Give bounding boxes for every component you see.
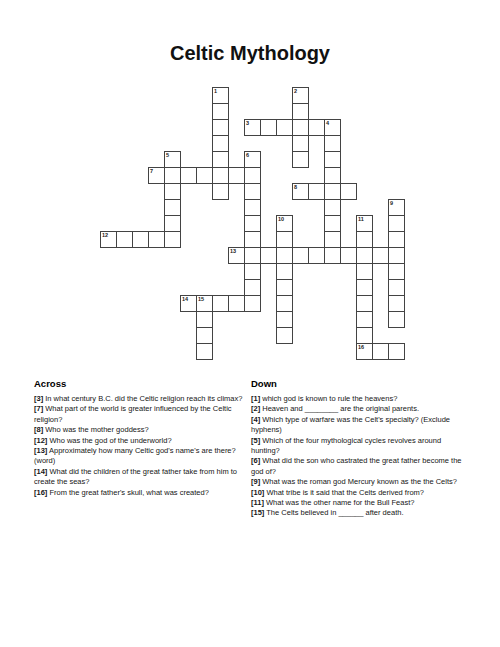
grid-cell[interactable] — [324, 151, 341, 168]
crossword-grid: 12345678910111213141516 — [100, 87, 406, 361]
grid-cell[interactable] — [388, 263, 405, 280]
grid-cell[interactable] — [164, 231, 181, 248]
clue-item-across-3: [3] In what century B.C. did the Celtic … — [34, 394, 243, 404]
clue-text: From the great father's skull, what was … — [47, 488, 209, 497]
clue-text: What tribe is it said that the Celts der… — [264, 488, 424, 497]
cell-number: 2 — [294, 89, 297, 95]
grid-cell[interactable] — [164, 215, 181, 232]
grid-cell[interactable] — [244, 167, 261, 184]
clue-number: [8] — [34, 425, 43, 434]
grid-cell[interactable] — [308, 183, 325, 200]
clue-item-down-2: [2] Heaven and ________ are the original… — [251, 404, 465, 414]
clue-item-across-12: [12] Who was the god of the underworld? — [34, 436, 243, 446]
cell-number: 6 — [246, 153, 249, 159]
grid-cell[interactable] — [292, 103, 309, 120]
cell-number: 12 — [102, 233, 108, 239]
grid-cell[interactable] — [292, 151, 309, 168]
grid-cell[interactable] — [292, 247, 309, 264]
clue-number: [6] — [251, 456, 260, 465]
clue-item-across-14: [14] What did the children of the great … — [34, 467, 243, 488]
clue-text: The Celts believed in ______ after death… — [264, 508, 403, 517]
clue-text: What was the roman god Mercury known as … — [260, 477, 457, 486]
grid-cell[interactable] — [324, 215, 341, 232]
grid-cell[interactable] — [388, 343, 405, 360]
across-clue-list: [3] In what century B.C. did the Celtic … — [34, 394, 243, 498]
grid-cell[interactable] — [388, 295, 405, 312]
cell-number: 13 — [230, 249, 236, 255]
grid-cell[interactable] — [356, 327, 373, 344]
clue-text: What part of the world is greater influe… — [34, 404, 232, 423]
clue-number: [15] — [251, 508, 264, 517]
grid-cell[interactable] — [308, 247, 325, 264]
grid-cell[interactable] — [356, 295, 373, 312]
grid-cell[interactable] — [356, 263, 373, 280]
grid-cell[interactable] — [212, 103, 229, 120]
cell-number: 16 — [358, 345, 364, 351]
clue-text: What was the other name for the Bull Fea… — [264, 498, 415, 507]
clue-item-across-16: [16] From the great father's skull, what… — [34, 488, 243, 498]
clue-item-down-11: [11] What was the other name for the Bul… — [251, 498, 465, 508]
cell-number: 5 — [166, 153, 169, 159]
grid-cell[interactable] — [372, 247, 389, 264]
grid-cell[interactable] — [388, 311, 405, 328]
grid-cell[interactable] — [292, 119, 309, 136]
clue-item-across-13: [13] Approximately how many Celtic god's… — [34, 446, 243, 467]
grid-cell[interactable] — [212, 167, 229, 184]
grid-cell[interactable] — [244, 183, 261, 200]
clue-number: [1] — [251, 394, 260, 403]
clue-item-down-4: [4] Which type of warfare was the Celt's… — [251, 415, 465, 436]
grid-cell[interactable] — [356, 279, 373, 296]
grid-cell[interactable] — [148, 231, 165, 248]
grid-cell[interactable] — [276, 263, 293, 280]
down-clue-list: [1] which god is known to rule the heave… — [251, 394, 465, 519]
clue-number: [10] — [251, 488, 264, 497]
clue-number: [4] — [251, 415, 260, 424]
cell-number: 7 — [150, 169, 153, 175]
clue-text: which god is known to rule the heavens? — [260, 394, 397, 403]
grid-cell[interactable] — [308, 119, 325, 136]
grid-cell[interactable] — [356, 311, 373, 328]
cell-number: 4 — [326, 121, 329, 127]
grid-cell[interactable] — [244, 263, 261, 280]
grid-cell[interactable] — [244, 215, 261, 232]
clue-number: [9] — [251, 477, 260, 486]
grid-cell[interactable] — [356, 231, 373, 248]
clue-number: [5] — [251, 436, 260, 445]
clue-number: [2] — [251, 404, 260, 413]
grid-cell[interactable] — [324, 231, 341, 248]
grid-cell[interactable] — [388, 247, 405, 264]
across-header: Across — [34, 378, 243, 390]
grid-cell[interactable] — [260, 119, 277, 136]
grid-cell[interactable] — [324, 167, 341, 184]
grid-cell[interactable] — [276, 279, 293, 296]
down-header: Down — [251, 378, 465, 390]
clue-number: [13] — [34, 446, 47, 455]
grid-cell[interactable] — [388, 231, 405, 248]
cell-number: 1 — [214, 89, 217, 95]
grid-cell[interactable] — [212, 183, 229, 200]
clue-item-down-9: [9] What was the roman god Mercury known… — [251, 477, 465, 487]
grid-cell[interactable] — [260, 247, 277, 264]
clue-text: In what century B.C. did the Celtic reli… — [43, 394, 242, 403]
grid-cell[interactable] — [164, 199, 181, 216]
clue-text: What did the children of the great fathe… — [34, 467, 237, 486]
clue-item-down-1: [1] which god is known to rule the heave… — [251, 394, 465, 404]
grid-cell[interactable] — [372, 343, 389, 360]
clue-item-down-15: [15] The Celts believed in ______ after … — [251, 508, 465, 518]
clue-text: What did the son who castrated the great… — [251, 456, 462, 475]
clue-number: [16] — [34, 488, 47, 497]
cell-number: 8 — [294, 185, 297, 191]
grid-cell[interactable] — [276, 231, 293, 248]
grid-cell[interactable] — [276, 295, 293, 312]
grid-cell[interactable] — [276, 247, 293, 264]
grid-cell[interactable] — [356, 247, 373, 264]
grid-cell[interactable] — [212, 295, 229, 312]
clue-number: [11] — [251, 498, 264, 507]
clue-item-down-6: [6] What did the son who castrated the g… — [251, 456, 465, 477]
grid-cell[interactable] — [196, 311, 213, 328]
cell-number: 14 — [182, 297, 188, 303]
grid-cell[interactable] — [196, 327, 213, 344]
grid-cell[interactable] — [116, 231, 133, 248]
grid-cell[interactable] — [244, 247, 261, 264]
grid-cell[interactable] — [164, 183, 181, 200]
grid-cell[interactable] — [292, 135, 309, 152]
grid-cell[interactable] — [196, 167, 213, 184]
clue-number: [12] — [34, 436, 47, 445]
grid-cell[interactable] — [388, 215, 405, 232]
grid-cell[interactable] — [324, 199, 341, 216]
clue-number: [14] — [34, 467, 47, 476]
clue-item-down-5: [5] Which of the four mythological cycle… — [251, 436, 465, 457]
clue-item-across-8: [8] Who was the mother goddess? — [34, 425, 243, 435]
grid-cell[interactable] — [244, 199, 261, 216]
clue-text: Who was the mother goddess? — [43, 425, 148, 434]
across-clues-section: Across [3] In what century B.C. did the … — [34, 378, 243, 498]
grid-cell[interactable] — [244, 279, 261, 296]
grid-cell[interactable] — [196, 343, 213, 360]
cell-number: 15 — [198, 297, 204, 303]
grid-cell[interactable] — [388, 279, 405, 296]
cell-number: 10 — [278, 217, 284, 223]
puzzle-page: Celtic Mythology 12345678910111213141516… — [0, 0, 500, 647]
grid-cell[interactable] — [212, 151, 229, 168]
grid-cell[interactable] — [228, 167, 245, 184]
clue-number: [3] — [34, 394, 43, 403]
grid-cell[interactable] — [228, 295, 245, 312]
clue-text: Which of the four mythological cycles re… — [251, 436, 441, 455]
grid-cell[interactable] — [276, 327, 293, 344]
grid-cell[interactable] — [324, 247, 341, 264]
clue-text: Who was the god of the underworld? — [47, 436, 171, 445]
clue-text: Approximately how many Celtic god's name… — [34, 446, 236, 465]
puzzle-title: Celtic Mythology — [0, 42, 500, 64]
grid-cell[interactable] — [244, 295, 261, 312]
grid-cell[interactable] — [212, 119, 229, 136]
cell-number: 9 — [390, 201, 393, 207]
clue-text: Heaven and ________ are the original par… — [260, 404, 419, 413]
grid-cell[interactable] — [244, 231, 261, 248]
clue-item-across-7: [7] What part of the world is greater in… — [34, 404, 243, 425]
grid-cell[interactable] — [324, 135, 341, 152]
grid-cell[interactable] — [324, 183, 341, 200]
grid-cell[interactable] — [340, 183, 357, 200]
grid-cell[interactable] — [340, 247, 357, 264]
grid-cell[interactable] — [180, 167, 197, 184]
grid-cell[interactable] — [276, 311, 293, 328]
grid-cell[interactable] — [132, 231, 149, 248]
clue-text: Which type of warfare was the Celt's spe… — [251, 415, 450, 434]
cell-number: 3 — [246, 121, 249, 127]
clue-item-down-10: [10] What tribe is it said that the Celt… — [251, 488, 465, 498]
grid-cell[interactable] — [212, 135, 229, 152]
cell-number: 11 — [358, 217, 364, 223]
grid-cell[interactable] — [164, 167, 181, 184]
clue-number: [7] — [34, 404, 43, 413]
down-clues-section: Down [1] which god is known to rule the … — [251, 378, 465, 519]
grid-cell[interactable] — [276, 119, 293, 136]
